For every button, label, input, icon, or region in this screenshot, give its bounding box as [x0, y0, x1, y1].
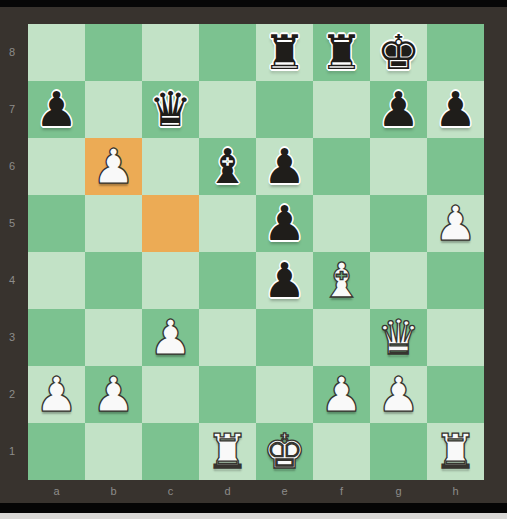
square-b5[interactable]	[85, 195, 142, 252]
rank-label-6: 6	[0, 138, 24, 195]
black-rook-e8[interactable]: ♜	[263, 24, 306, 81]
black-pawn-h7[interactable]: ♟	[434, 81, 477, 138]
file-label-a: a	[28, 482, 85, 500]
square-b8[interactable]	[85, 24, 142, 81]
white-king-e1[interactable]: ♚	[263, 423, 306, 480]
top-strip	[0, 0, 507, 7]
white-rook-h1[interactable]: ♜	[434, 423, 477, 480]
square-b6[interactable]: ♟	[85, 138, 142, 195]
white-pawn-b2[interactable]: ♟	[92, 366, 135, 423]
square-h6[interactable]	[427, 138, 484, 195]
file-label-f: f	[313, 482, 370, 500]
white-pawn-f2[interactable]: ♟	[320, 366, 363, 423]
square-c8[interactable]	[142, 24, 199, 81]
rank-label-1: 1	[0, 423, 24, 480]
square-e5[interactable]: ♟	[256, 195, 313, 252]
black-king-g8[interactable]: ♚	[377, 24, 420, 81]
black-queen-c7[interactable]: ♛	[149, 81, 192, 138]
square-a6[interactable]	[28, 138, 85, 195]
square-g5[interactable]	[370, 195, 427, 252]
square-a3[interactable]	[28, 309, 85, 366]
square-h8[interactable]	[427, 24, 484, 81]
white-pawn-b6[interactable]: ♟	[92, 138, 135, 195]
white-rook-d1[interactable]: ♜	[206, 423, 249, 480]
black-rook-f8[interactable]: ♜	[320, 24, 363, 81]
black-pawn-g7[interactable]: ♟	[377, 81, 420, 138]
black-pawn-e4[interactable]: ♟	[263, 252, 306, 309]
square-d6[interactable]: ♝	[199, 138, 256, 195]
white-pawn-a2[interactable]: ♟	[35, 366, 78, 423]
square-f8[interactable]: ♜	[313, 24, 370, 81]
black-bishop-d6[interactable]: ♝	[206, 138, 249, 195]
file-label-d: d	[199, 482, 256, 500]
white-queen-g3[interactable]: ♛	[377, 309, 420, 366]
square-h2[interactable]	[427, 366, 484, 423]
square-a4[interactable]	[28, 252, 85, 309]
square-e7[interactable]	[256, 81, 313, 138]
square-c2[interactable]	[142, 366, 199, 423]
white-pawn-g2[interactable]: ♟	[377, 366, 420, 423]
square-c4[interactable]	[142, 252, 199, 309]
square-b1[interactable]	[85, 423, 142, 480]
rank-label-3: 3	[0, 309, 24, 366]
square-f4[interactable]: ♝	[313, 252, 370, 309]
square-b4[interactable]	[85, 252, 142, 309]
square-d2[interactable]	[199, 366, 256, 423]
square-e4[interactable]: ♟	[256, 252, 313, 309]
white-bishop-f4[interactable]: ♝	[320, 252, 363, 309]
square-f6[interactable]	[313, 138, 370, 195]
file-label-g: g	[370, 482, 427, 500]
square-d5[interactable]	[199, 195, 256, 252]
bottom-strip	[0, 503, 507, 513]
black-pawn-e6[interactable]: ♟	[263, 138, 306, 195]
rank-label-2: 2	[0, 366, 24, 423]
square-g8[interactable]: ♚	[370, 24, 427, 81]
square-g1[interactable]	[370, 423, 427, 480]
square-g6[interactable]	[370, 138, 427, 195]
square-g2[interactable]: ♟	[370, 366, 427, 423]
chess-board[interactable]: ♜♜♚♟♛♟♟♟♝♟♟♟♟♝♟♛♟♟♟♟♜♚♜	[28, 24, 484, 480]
square-a8[interactable]	[28, 24, 85, 81]
square-d3[interactable]	[199, 309, 256, 366]
square-d7[interactable]	[199, 81, 256, 138]
square-e6[interactable]: ♟	[256, 138, 313, 195]
rank-label-5: 5	[0, 195, 24, 252]
square-f2[interactable]: ♟	[313, 366, 370, 423]
black-pawn-e5[interactable]: ♟	[263, 195, 306, 252]
square-f1[interactable]	[313, 423, 370, 480]
square-a5[interactable]	[28, 195, 85, 252]
square-e3[interactable]	[256, 309, 313, 366]
file-label-c: c	[142, 482, 199, 500]
square-c3[interactable]: ♟	[142, 309, 199, 366]
bottom-bar	[0, 513, 507, 519]
square-b3[interactable]	[85, 309, 142, 366]
square-e8[interactable]: ♜	[256, 24, 313, 81]
square-a2[interactable]: ♟	[28, 366, 85, 423]
square-a7[interactable]: ♟	[28, 81, 85, 138]
rank-label-7: 7	[0, 81, 24, 138]
square-d1[interactable]: ♜	[199, 423, 256, 480]
square-f5[interactable]	[313, 195, 370, 252]
square-b2[interactable]: ♟	[85, 366, 142, 423]
square-f7[interactable]	[313, 81, 370, 138]
square-d8[interactable]	[199, 24, 256, 81]
white-pawn-h5[interactable]: ♟	[434, 195, 477, 252]
chess-app-background: { "game": "chess", "position": { "fen": …	[0, 0, 507, 519]
square-h5[interactable]: ♟	[427, 195, 484, 252]
file-label-e: e	[256, 482, 313, 500]
square-h1[interactable]: ♜	[427, 423, 484, 480]
rank-label-4: 4	[0, 252, 24, 309]
square-g4[interactable]	[370, 252, 427, 309]
square-c1[interactable]	[142, 423, 199, 480]
black-pawn-a7[interactable]: ♟	[35, 81, 78, 138]
square-b7[interactable]	[85, 81, 142, 138]
square-h7[interactable]: ♟	[427, 81, 484, 138]
square-h4[interactable]	[427, 252, 484, 309]
square-c6[interactable]	[142, 138, 199, 195]
square-e2[interactable]	[256, 366, 313, 423]
square-g7[interactable]: ♟	[370, 81, 427, 138]
square-g3[interactable]: ♛	[370, 309, 427, 366]
file-label-h: h	[427, 482, 484, 500]
square-c5[interactable]	[142, 195, 199, 252]
white-pawn-c3[interactable]: ♟	[149, 309, 192, 366]
square-f3[interactable]	[313, 309, 370, 366]
square-a1[interactable]	[28, 423, 85, 480]
square-e1[interactable]: ♚	[256, 423, 313, 480]
square-h3[interactable]	[427, 309, 484, 366]
file-label-b: b	[85, 482, 142, 500]
square-c7[interactable]: ♛	[142, 81, 199, 138]
rank-label-8: 8	[0, 24, 24, 81]
square-d4[interactable]	[199, 252, 256, 309]
